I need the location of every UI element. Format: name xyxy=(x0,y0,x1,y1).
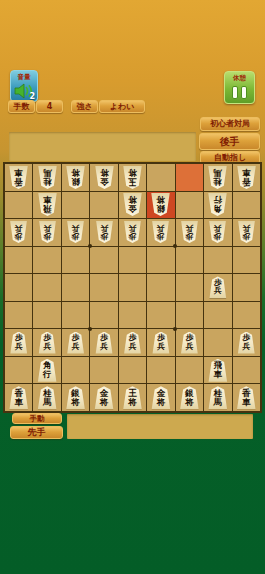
board-cell[interactable] xyxy=(176,164,203,191)
shogi-piece[interactable]: 歩兵 xyxy=(123,332,142,354)
gote-button[interactable]: 後手 xyxy=(199,133,260,150)
board-cell[interactable]: 角行 xyxy=(33,357,60,384)
board-cell[interactable] xyxy=(147,302,174,329)
shogi-piece[interactable]: 歩兵 xyxy=(151,221,170,243)
shogi-piece[interactable]: 角行 xyxy=(207,193,228,216)
shogi-piece[interactable]: 歩兵 xyxy=(180,332,199,354)
shogi-piece[interactable]: 歩兵 xyxy=(151,332,170,354)
shogi-piece[interactable]: 歩兵 xyxy=(208,276,227,298)
shogi-piece[interactable]: 歩兵 xyxy=(237,332,256,354)
board-cell[interactable] xyxy=(233,357,260,384)
board-cell[interactable]: 王将 xyxy=(119,384,146,411)
board-cell[interactable]: 歩兵 xyxy=(176,219,203,246)
board-cell[interactable]: 歩兵 xyxy=(204,274,231,301)
board-cell[interactable] xyxy=(62,274,89,301)
board-cell[interactable]: 銀将 xyxy=(62,164,89,191)
shogi-piece[interactable]: 飛車 xyxy=(37,193,58,216)
shogi-piece[interactable]: 銀将 xyxy=(179,386,200,409)
shogi-piece[interactable]: 銀将 xyxy=(65,386,86,409)
board-cell[interactable] xyxy=(62,302,89,329)
board-cell[interactable]: 歩兵 xyxy=(62,329,89,356)
shogi-piece[interactable]: 歩兵 xyxy=(180,221,199,243)
board-cell[interactable]: 歩兵 xyxy=(176,329,203,356)
volume-label: 音量 xyxy=(18,73,31,82)
shogi-piece[interactable]: 歩兵 xyxy=(208,221,227,243)
board-cell[interactable]: 歩兵 xyxy=(33,219,60,246)
board-cell[interactable] xyxy=(204,302,231,329)
board-cell[interactable] xyxy=(33,302,60,329)
board-cell[interactable] xyxy=(147,164,174,191)
board-cell[interactable]: 金将 xyxy=(90,164,117,191)
board-cell[interactable]: 歩兵 xyxy=(204,219,231,246)
board-cell[interactable] xyxy=(90,357,117,384)
board-cell[interactable] xyxy=(62,247,89,274)
shogi-piece[interactable]: 王将 xyxy=(122,386,143,409)
shogi-piece[interactable]: 香車 xyxy=(236,386,257,409)
strength-label: 強さ xyxy=(71,100,98,113)
board-cell[interactable]: 香車 xyxy=(233,164,260,191)
shogi-piece[interactable]: 香車 xyxy=(8,386,29,409)
shogi-piece[interactable]: 香車 xyxy=(8,166,29,189)
move-count-label: 手数 xyxy=(8,100,35,113)
shogi-app: 音量 2 休憩 手数 4 強さ よわい 初心者対局 後手 自動指し 香車桂馬銀将… xyxy=(0,0,265,574)
board-cell[interactable]: 桂馬 xyxy=(33,164,60,191)
board-cell[interactable] xyxy=(176,247,203,274)
pause-bar-right xyxy=(241,86,247,99)
shogi-piece[interactable]: 銀将 xyxy=(65,166,86,189)
board-cell[interactable] xyxy=(147,274,174,301)
sente-captured-tray[interactable] xyxy=(67,414,253,439)
board-cell[interactable] xyxy=(176,357,203,384)
board-cell[interactable]: 玉将 xyxy=(119,164,146,191)
beginner-match-button[interactable]: 初心者対局 xyxy=(200,117,260,131)
board-cell[interactable] xyxy=(233,192,260,219)
shogi-piece[interactable]: 歩兵 xyxy=(66,332,85,354)
shogi-piece[interactable]: 角行 xyxy=(37,359,58,382)
pause-bar-left xyxy=(232,86,238,99)
shogi-piece[interactable]: 玉将 xyxy=(122,166,143,189)
board-cell[interactable]: 桂馬 xyxy=(204,164,231,191)
board-cell[interactable]: 香車 xyxy=(233,384,260,411)
board-cell[interactable] xyxy=(62,192,89,219)
sente-button[interactable]: 先手 xyxy=(10,426,63,439)
board-cell[interactable] xyxy=(147,247,174,274)
board-cell[interactable] xyxy=(5,192,32,219)
volume-icon-area: 2 xyxy=(11,82,37,101)
shogi-piece[interactable]: 歩兵 xyxy=(237,221,256,243)
shogi-piece[interactable]: 金将 xyxy=(94,166,115,189)
board-cell[interactable]: 歩兵 xyxy=(119,329,146,356)
board-cell[interactable] xyxy=(233,274,260,301)
board-cell[interactable] xyxy=(176,302,203,329)
board-star-point xyxy=(173,327,177,331)
board-cell[interactable] xyxy=(119,357,146,384)
board-cell[interactable]: 歩兵 xyxy=(119,219,146,246)
shogi-piece[interactable]: 飛車 xyxy=(207,359,228,382)
board-cell[interactable]: 桂馬 xyxy=(33,384,60,411)
strength-value-button[interactable]: よわい xyxy=(99,100,145,113)
board-cell[interactable]: 銀将 xyxy=(62,384,89,411)
board-cell[interactable] xyxy=(62,357,89,384)
board-cell[interactable]: 桂馬 xyxy=(204,384,231,411)
board-cell[interactable] xyxy=(90,192,117,219)
board-cell[interactable]: 金将 xyxy=(119,192,146,219)
board-cell[interactable]: 角行 xyxy=(204,192,231,219)
board-cell[interactable]: 銀将 xyxy=(176,384,203,411)
pause-icon xyxy=(232,86,247,99)
board-cell[interactable]: 歩兵 xyxy=(233,219,260,246)
shogi-piece[interactable]: 歩兵 xyxy=(66,221,85,243)
board-cell[interactable] xyxy=(204,247,231,274)
shogi-piece[interactable]: 歩兵 xyxy=(123,221,142,243)
board-cell[interactable]: 飛車 xyxy=(204,357,231,384)
board-cell[interactable]: 歩兵 xyxy=(147,329,174,356)
shogi-piece[interactable]: 桂馬 xyxy=(207,386,228,409)
board-cell[interactable] xyxy=(119,302,146,329)
board-cell[interactable] xyxy=(90,302,117,329)
board-cell[interactable]: 香車 xyxy=(5,164,32,191)
shogi-piece[interactable]: 歩兵 xyxy=(95,332,114,354)
shogi-piece[interactable]: 桂馬 xyxy=(207,166,228,189)
board-cell[interactable] xyxy=(90,274,117,301)
board-star-point xyxy=(173,244,177,248)
shogi-piece[interactable]: 歩兵 xyxy=(9,221,28,243)
board-cell[interactable]: 金将 xyxy=(90,384,117,411)
shogi-piece[interactable]: 香車 xyxy=(236,166,257,189)
board-cell[interactable] xyxy=(5,247,32,274)
board-cell[interactable] xyxy=(147,357,174,384)
volume-button[interactable]: 音量 2 xyxy=(10,70,38,102)
board-cell[interactable] xyxy=(90,247,117,274)
board-cell[interactable] xyxy=(233,302,260,329)
board-cell[interactable] xyxy=(176,274,203,301)
board-cell[interactable]: 歩兵 xyxy=(5,219,32,246)
shogi-board: 香車桂馬銀将金将玉将桂馬香車飛車金将銀将角行歩兵歩兵歩兵歩兵歩兵歩兵歩兵歩兵歩兵… xyxy=(3,162,262,413)
board-cell[interactable] xyxy=(5,302,32,329)
rest-button[interactable]: 休憩 xyxy=(224,71,255,104)
shogi-piece[interactable]: 歩兵 xyxy=(38,332,57,354)
board-cell[interactable]: 金将 xyxy=(147,384,174,411)
board-cell[interactable]: 銀将 xyxy=(147,192,174,219)
shogi-piece[interactable]: 桂馬 xyxy=(37,386,58,409)
board-cell[interactable] xyxy=(233,247,260,274)
rest-label: 休憩 xyxy=(233,74,246,83)
shogi-piece[interactable]: 歩兵 xyxy=(95,221,114,243)
shogi-piece[interactable]: 金将 xyxy=(122,193,143,216)
board-cell[interactable]: 歩兵 xyxy=(147,219,174,246)
board-cell[interactable]: 香車 xyxy=(5,384,32,411)
board-cell[interactable]: 飛車 xyxy=(33,192,60,219)
board-cell[interactable]: 歩兵 xyxy=(90,329,117,356)
board-star-point xyxy=(88,244,92,248)
board-cell[interactable] xyxy=(33,247,60,274)
board-cell[interactable]: 歩兵 xyxy=(33,329,60,356)
board-cell[interactable] xyxy=(119,247,146,274)
board-star-point xyxy=(88,327,92,331)
gote-captured-tray[interactable] xyxy=(9,132,196,161)
board-cell[interactable]: 歩兵 xyxy=(5,329,32,356)
board-cell[interactable]: 歩兵 xyxy=(233,329,260,356)
manual-mode-button[interactable]: 手動 xyxy=(12,413,62,424)
board-cell[interactable]: 歩兵 xyxy=(90,219,117,246)
shogi-piece[interactable]: 歩兵 xyxy=(9,332,28,354)
board-cell[interactable] xyxy=(5,274,32,301)
move-count-value: 4 xyxy=(36,100,63,113)
board-cell[interactable] xyxy=(204,329,231,356)
shogi-piece[interactable]: 金将 xyxy=(94,386,115,409)
shogi-piece[interactable]: 桂馬 xyxy=(37,166,58,189)
shogi-piece[interactable]: 歩兵 xyxy=(38,221,57,243)
board-cell[interactable]: 歩兵 xyxy=(62,219,89,246)
shogi-piece[interactable]: 金将 xyxy=(150,386,171,409)
board-cell[interactable] xyxy=(5,357,32,384)
board-cell[interactable] xyxy=(33,274,60,301)
board-cell[interactable] xyxy=(119,274,146,301)
board-cell[interactable] xyxy=(176,192,203,219)
shogi-piece[interactable]: 銀将 xyxy=(150,193,171,216)
